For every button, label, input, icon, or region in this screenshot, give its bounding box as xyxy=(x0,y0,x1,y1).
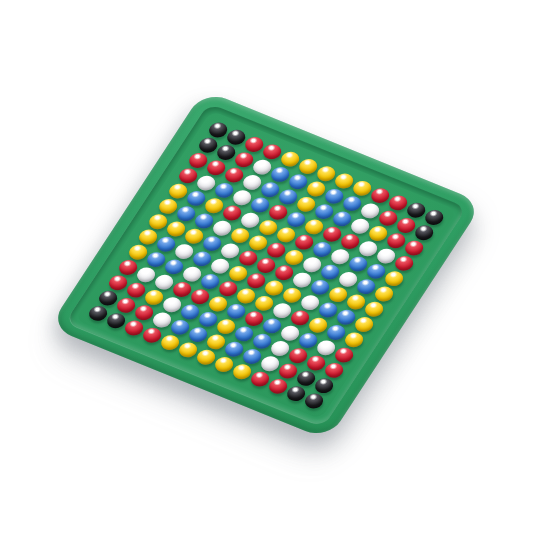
product-photo-stage xyxy=(0,0,550,550)
board-shadow xyxy=(80,79,452,451)
pegboard xyxy=(49,90,483,440)
pegboard-tray xyxy=(65,103,466,427)
bead-grid xyxy=(84,118,448,412)
bead-field xyxy=(75,111,458,420)
